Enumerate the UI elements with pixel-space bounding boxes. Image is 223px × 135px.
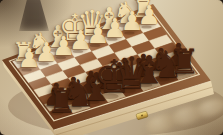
piece-black-rook[interactable]: ♜ <box>169 45 199 78</box>
chess-photo-scene: ♜♞♝♚♛♝♞♜♟♟♟♟♟♟♟♟♟♟♟♟♟♟♟♟♜♞♝♚♛♝♞♜ <box>0 0 223 135</box>
pieces-layer: ♜♞♝♚♛♝♞♜♟♟♟♟♟♟♟♟♟♟♟♟♟♟♟♟♜♞♝♚♛♝♞♜ <box>0 0 223 135</box>
piece-white-pawn[interactable]: ♟ <box>138 3 161 29</box>
